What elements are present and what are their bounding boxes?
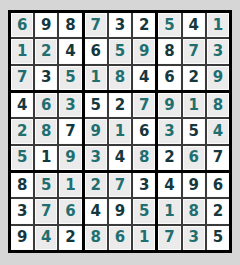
cell-r1c8[interactable]: 4 [183,13,205,37]
cell-r3c5[interactable]: 8 [109,66,131,90]
cell-r1c7[interactable]: 5 [158,13,180,37]
cell-r3c9[interactable]: 9 [207,66,229,90]
cell-r2c8[interactable]: 7 [183,39,205,63]
cell-r5c6[interactable]: 6 [133,119,155,143]
cell-r7c6[interactable]: 3 [133,173,155,197]
box-7: 851376942 [11,173,82,250]
cell-r7c9[interactable]: 6 [207,173,229,197]
cell-r9c5[interactable]: 6 [109,226,131,250]
cell-r6c7[interactable]: 2 [158,146,180,170]
cell-r4c4[interactable]: 5 [85,93,107,117]
cell-r6c2[interactable]: 1 [35,146,57,170]
cell-r8c4[interactable]: 4 [85,199,107,223]
cell-r3c3[interactable]: 5 [59,66,81,90]
cell-r7c8[interactable]: 9 [183,173,205,197]
cell-r8c9[interactable]: 2 [207,199,229,223]
cell-r6c3[interactable]: 9 [59,146,81,170]
cell-r1c5[interactable]: 3 [109,13,131,37]
cell-r8c8[interactable]: 8 [183,199,205,223]
cell-r6c8[interactable]: 6 [183,146,205,170]
cell-r2c4[interactable]: 6 [85,39,107,63]
cell-r2c3[interactable]: 4 [59,39,81,63]
cell-r9c6[interactable]: 1 [133,226,155,250]
cell-r4c1[interactable]: 4 [11,93,33,117]
cell-r1c2[interactable]: 9 [35,13,57,37]
sudoku-app: 6981247357326591845418736294632875195279… [0,0,240,265]
cell-r5c3[interactable]: 7 [59,119,81,143]
cell-r9c2[interactable]: 4 [35,226,57,250]
cell-r6c5[interactable]: 4 [109,146,131,170]
cell-r9c3[interactable]: 2 [59,226,81,250]
box-9: 496182735 [158,173,229,250]
cell-r1c1[interactable]: 6 [11,13,33,37]
cell-r9c9[interactable]: 5 [207,226,229,250]
cell-r1c4[interactable]: 7 [85,13,107,37]
cell-r5c8[interactable]: 5 [183,119,205,143]
cell-r8c3[interactable]: 6 [59,199,81,223]
cell-r7c7[interactable]: 4 [158,173,180,197]
box-8: 273495861 [85,173,156,250]
cell-r6c4[interactable]: 3 [85,146,107,170]
cell-r8c6[interactable]: 5 [133,199,155,223]
cell-r7c1[interactable]: 8 [11,173,33,197]
cell-r4c5[interactable]: 2 [109,93,131,117]
cell-r8c2[interactable]: 7 [35,199,57,223]
cell-r2c5[interactable]: 5 [109,39,131,63]
cell-r4c7[interactable]: 9 [158,93,180,117]
cell-r3c7[interactable]: 6 [158,66,180,90]
cell-r4c6[interactable]: 7 [133,93,155,117]
cell-r6c9[interactable]: 7 [207,146,229,170]
cell-r9c7[interactable]: 7 [158,226,180,250]
cell-r5c9[interactable]: 4 [207,119,229,143]
cell-r9c8[interactable]: 3 [183,226,205,250]
cell-r5c7[interactable]: 3 [158,119,180,143]
cell-r3c1[interactable]: 7 [11,66,33,90]
cell-r4c2[interactable]: 6 [35,93,57,117]
cell-r8c7[interactable]: 1 [158,199,180,223]
cell-r5c4[interactable]: 9 [85,119,107,143]
cell-r1c3[interactable]: 8 [59,13,81,37]
cell-r6c1[interactable]: 5 [11,146,33,170]
cell-r2c2[interactable]: 2 [35,39,57,63]
cell-r8c1[interactable]: 3 [11,199,33,223]
cell-r2c9[interactable]: 3 [207,39,229,63]
cell-r3c6[interactable]: 4 [133,66,155,90]
box-2: 732659184 [85,13,156,90]
cell-r7c3[interactable]: 1 [59,173,81,197]
cell-r9c4[interactable]: 8 [85,226,107,250]
cell-r7c4[interactable]: 2 [85,173,107,197]
cell-r8c5[interactable]: 9 [109,199,131,223]
cell-r5c5[interactable]: 1 [109,119,131,143]
cell-r3c8[interactable]: 2 [183,66,205,90]
cell-r1c6[interactable]: 2 [133,13,155,37]
cell-r2c6[interactable]: 9 [133,39,155,63]
box-3: 541873629 [158,13,229,90]
box-1: 698124735 [11,13,82,90]
cell-r4c9[interactable]: 8 [207,93,229,117]
box-6: 918354267 [158,93,229,170]
cell-r7c5[interactable]: 7 [109,173,131,197]
box-4: 463287519 [11,93,82,170]
cell-r1c9[interactable]: 1 [207,13,229,37]
cell-r4c8[interactable]: 1 [183,93,205,117]
cell-r3c4[interactable]: 1 [85,66,107,90]
cell-r7c2[interactable]: 5 [35,173,57,197]
box-5: 527916348 [85,93,156,170]
cell-r9c1[interactable]: 9 [11,226,33,250]
cell-r6c6[interactable]: 8 [133,146,155,170]
cell-r5c2[interactable]: 8 [35,119,57,143]
sudoku-board: 6981247357326591845418736294632875195279… [8,10,232,253]
cell-r2c1[interactable]: 1 [11,39,33,63]
cell-r2c7[interactable]: 8 [158,39,180,63]
cell-r5c1[interactable]: 2 [11,119,33,143]
cell-r3c2[interactable]: 3 [35,66,57,90]
cell-r4c3[interactable]: 3 [59,93,81,117]
